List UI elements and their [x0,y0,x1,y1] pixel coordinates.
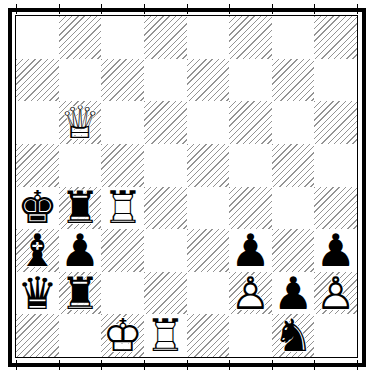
square-e4[interactable] [187,187,230,230]
frame-tick [314,360,315,370]
square-d7[interactable] [144,59,187,102]
square-f3[interactable]: ♟ [229,229,272,272]
square-c5[interactable] [101,144,144,187]
frame-tick [101,360,102,370]
frame-tick [229,360,230,370]
square-d4[interactable] [144,187,187,230]
square-b6[interactable]: ♛♕ [59,101,102,144]
black-pawn[interactable]: ♟ [314,229,357,272]
square-b1[interactable] [59,314,102,357]
white-pawn[interactable]: ♟♙ [229,272,272,315]
white-piece-fill: ♜ [144,314,187,357]
square-a5[interactable] [16,144,59,187]
white-piece-fill: ♜ [101,187,144,230]
square-f1[interactable] [229,314,272,357]
black-pawn[interactable]: ♟ [59,229,102,272]
chess-board: ♛♕♚♜♜♖♝♟♟♟♛♜♟♙♟♟♙♚♔♜♖♞ [16,16,357,357]
square-e8[interactable] [187,16,230,59]
black-piece-glyph: ♜ [59,187,102,230]
black-rook[interactable]: ♜ [59,272,102,315]
black-piece-glyph: ♟ [272,272,315,315]
black-piece-glyph: ♟ [59,229,102,272]
square-e7[interactable] [187,59,230,102]
square-d6[interactable] [144,101,187,144]
square-d5[interactable] [144,144,187,187]
square-d1[interactable]: ♜♖ [144,314,187,357]
frame-tick [144,360,145,370]
square-a2[interactable]: ♛ [16,272,59,315]
white-piece-outline: ♔ [101,314,144,357]
square-c4[interactable]: ♜♖ [101,187,144,230]
frame-tick [59,4,60,14]
square-b4[interactable]: ♜ [59,187,102,230]
square-f5[interactable] [229,144,272,187]
white-piece-outline: ♙ [229,272,272,315]
square-h4[interactable] [314,187,357,230]
board-frame: ♛♕♚♜♜♖♝♟♟♟♛♜♟♙♟♟♙♚♔♜♖♞ [8,8,366,367]
square-e6[interactable] [187,101,230,144]
square-g8[interactable] [272,16,315,59]
square-a4[interactable]: ♚ [16,187,59,230]
square-b3[interactable]: ♟ [59,229,102,272]
square-d3[interactable] [144,229,187,272]
frame-tick [272,4,273,14]
frame-tick [272,360,273,370]
square-a6[interactable] [16,101,59,144]
frame-tick [357,360,358,370]
square-b8[interactable] [59,16,102,59]
white-piece-fill: ♛ [59,101,102,144]
square-h5[interactable] [314,144,357,187]
square-e2[interactable] [187,272,230,315]
square-e5[interactable] [187,144,230,187]
black-pawn[interactable]: ♟ [272,272,315,315]
square-b7[interactable] [59,59,102,102]
square-h6[interactable] [314,101,357,144]
square-c2[interactable] [101,272,144,315]
square-h2[interactable]: ♟♙ [314,272,357,315]
black-piece-glyph: ♝ [16,229,59,272]
square-f8[interactable] [229,16,272,59]
frame-tick [187,360,188,370]
square-g7[interactable] [272,59,315,102]
square-d2[interactable] [144,272,187,315]
white-rook[interactable]: ♜♖ [144,314,187,357]
square-c7[interactable] [101,59,144,102]
square-g4[interactable] [272,187,315,230]
square-a8[interactable] [16,16,59,59]
square-g5[interactable] [272,144,315,187]
white-piece-fill: ♚ [101,314,144,357]
square-a7[interactable] [16,59,59,102]
black-piece-glyph: ♞ [272,314,315,357]
square-f7[interactable] [229,59,272,102]
square-e3[interactable] [187,229,230,272]
square-h1[interactable] [314,314,357,357]
frame-tick [16,360,17,370]
square-a3[interactable]: ♝ [16,229,59,272]
square-g2[interactable]: ♟ [272,272,315,315]
frame-tick [59,360,60,370]
square-d8[interactable] [144,16,187,59]
white-king[interactable]: ♚♔ [101,314,144,357]
frame-tick [187,4,188,14]
black-knight[interactable]: ♞ [272,314,315,357]
white-piece-fill: ♟ [314,272,357,315]
black-rook[interactable]: ♜ [59,187,102,230]
frame-tick [357,4,358,14]
frame-tick [101,4,102,14]
black-bishop[interactable]: ♝ [16,229,59,272]
black-pawn[interactable]: ♟ [229,229,272,272]
black-king[interactable]: ♚ [16,187,59,230]
square-h7[interactable] [314,59,357,102]
board-inner-frame: ♛♕♚♜♜♖♝♟♟♟♛♜♟♙♟♟♙♚♔♜♖♞ [15,15,358,358]
square-b2[interactable]: ♜ [59,272,102,315]
square-f6[interactable] [229,101,272,144]
white-piece-outline: ♖ [101,187,144,230]
frame-tick [314,4,315,14]
black-piece-glyph: ♛ [16,272,59,315]
black-piece-glyph: ♟ [229,229,272,272]
square-b5[interactable] [59,144,102,187]
black-piece-glyph: ♟ [314,229,357,272]
black-piece-glyph: ♜ [59,272,102,315]
square-a1[interactable] [16,314,59,357]
white-piece-outline: ♖ [144,314,187,357]
black-queen[interactable]: ♛ [16,272,59,315]
frame-tick [229,4,230,14]
square-g1[interactable]: ♞ [272,314,315,357]
square-g6[interactable] [272,101,315,144]
black-piece-glyph: ♚ [16,187,59,230]
white-pawn[interactable]: ♟♙ [314,272,357,315]
frame-tick [144,4,145,14]
white-piece-outline: ♙ [314,272,357,315]
white-queen[interactable]: ♛♕ [59,101,102,144]
square-c6[interactable] [101,101,144,144]
frame-tick [16,4,17,14]
square-h3[interactable]: ♟ [314,229,357,272]
white-piece-outline: ♕ [59,101,102,144]
square-h8[interactable] [314,16,357,59]
chess-diagram: ♛♕♚♜♜♖♝♟♟♟♛♜♟♙♟♟♙♚♔♜♖♞ [0,0,374,375]
square-c8[interactable] [101,16,144,59]
white-piece-fill: ♟ [229,272,272,315]
square-g3[interactable] [272,229,315,272]
square-e1[interactable] [187,314,230,357]
square-c1[interactable]: ♚♔ [101,314,144,357]
square-c3[interactable] [101,229,144,272]
square-f4[interactable] [229,187,272,230]
square-f2[interactable]: ♟♙ [229,272,272,315]
white-rook[interactable]: ♜♖ [101,187,144,230]
